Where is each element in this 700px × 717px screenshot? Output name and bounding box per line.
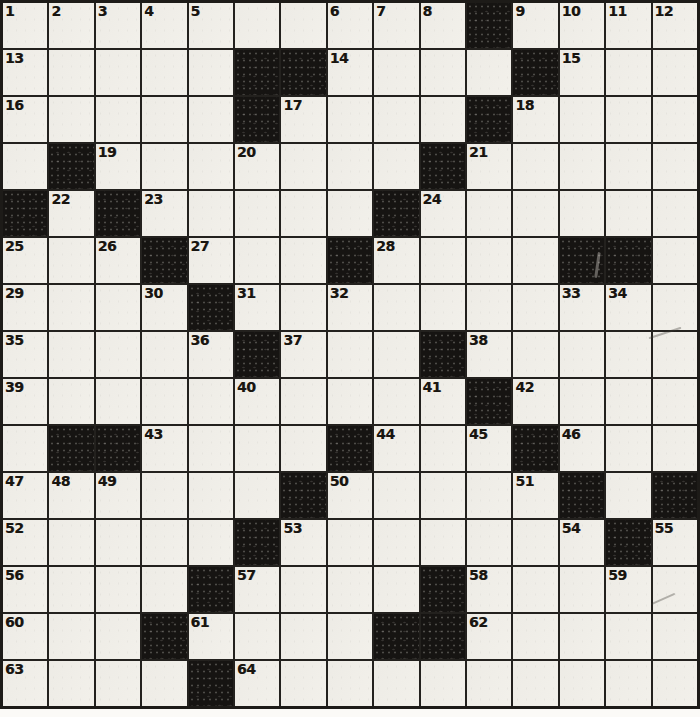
cell-r3c12[interactable]: 18 <box>513 97 557 142</box>
clue-number: 22 <box>51 191 69 207</box>
clue-number: 17 <box>283 97 301 113</box>
cell-r5c5[interactable] <box>189 191 233 236</box>
cell-r3c9[interactable] <box>374 97 418 142</box>
cell-r15c5 <box>189 661 233 706</box>
cell-r7c8[interactable]: 32 <box>328 285 372 330</box>
clue-number: 16 <box>5 97 23 113</box>
cell-r5c1 <box>3 191 47 236</box>
cell-r7c13[interactable]: 33 <box>560 285 604 330</box>
cell-r4c2 <box>49 144 93 189</box>
cell-r15c8[interactable] <box>328 661 372 706</box>
cell-r4c8[interactable] <box>328 144 372 189</box>
cell-r6c4 <box>142 238 186 283</box>
cell-r14c11[interactable]: 62 <box>467 614 511 659</box>
clue-number: 64 <box>237 661 255 677</box>
cell-r6c3[interactable]: 26 <box>96 238 140 283</box>
cell-r11c2[interactable]: 48 <box>49 473 93 518</box>
cell-r7c4[interactable]: 30 <box>142 285 186 330</box>
cell-r15c2[interactable] <box>49 661 93 706</box>
cell-r6c15[interactable] <box>653 238 697 283</box>
cell-r5c8[interactable] <box>328 191 372 236</box>
cell-r10c1[interactable] <box>3 426 47 471</box>
cell-r10c12 <box>513 426 557 471</box>
cell-r9c1[interactable]: 39 <box>3 379 47 424</box>
cell-r15c11[interactable] <box>467 661 511 706</box>
cell-r12c4[interactable] <box>142 520 186 565</box>
cell-r3c13[interactable] <box>560 97 604 142</box>
cell-r8c8[interactable] <box>328 332 372 377</box>
cell-r1c10[interactable]: 8 <box>421 3 465 48</box>
cell-r11c3[interactable]: 49 <box>96 473 140 518</box>
cell-r9c12[interactable]: 42 <box>513 379 557 424</box>
cell-r4c1[interactable] <box>3 144 47 189</box>
cell-r14c3[interactable] <box>96 614 140 659</box>
clue-number: 63 <box>5 661 23 677</box>
clue-number: 10 <box>562 3 580 19</box>
clue-number: 43 <box>144 426 162 442</box>
clue-number: 47 <box>5 473 23 489</box>
cell-r12c14 <box>606 520 650 565</box>
cell-r3c8[interactable] <box>328 97 372 142</box>
cell-r7c6[interactable]: 31 <box>235 285 279 330</box>
cell-r2c8[interactable]: 14 <box>328 50 372 95</box>
cell-r1c11 <box>467 3 511 48</box>
cell-r12c5[interactable] <box>189 520 233 565</box>
cell-r4c3[interactable]: 19 <box>96 144 140 189</box>
cell-r1c4[interactable]: 4 <box>142 3 186 48</box>
cell-r8c4[interactable] <box>142 332 186 377</box>
cell-r15c3[interactable] <box>96 661 140 706</box>
cell-r1c3[interactable]: 3 <box>96 3 140 48</box>
cell-r10c8 <box>328 426 372 471</box>
cell-r12c15[interactable]: 55 <box>653 520 697 565</box>
cell-r13c14[interactable]: 59 <box>606 567 650 612</box>
clue-number: 53 <box>283 520 301 536</box>
cell-r14c15[interactable] <box>653 614 697 659</box>
cell-r10c15[interactable] <box>653 426 697 471</box>
clue-number: 3 <box>98 3 107 19</box>
cell-r9c8[interactable] <box>328 379 372 424</box>
cell-r11c8[interactable]: 50 <box>328 473 372 518</box>
cell-r11c14[interactable] <box>606 473 650 518</box>
cell-r15c6[interactable]: 64 <box>235 661 279 706</box>
cell-r6c7[interactable] <box>281 238 325 283</box>
cell-r12c10[interactable] <box>421 520 465 565</box>
cell-r1c5[interactable]: 5 <box>189 3 233 48</box>
cell-r7c15[interactable] <box>653 285 697 330</box>
cell-r7c7[interactable] <box>281 285 325 330</box>
clue-number: 7 <box>376 3 385 19</box>
clue-number: 12 <box>655 3 673 19</box>
cell-r1c9[interactable]: 7 <box>374 3 418 48</box>
clue-number: 8 <box>423 3 432 19</box>
cell-r5c3 <box>96 191 140 236</box>
cell-r4c6[interactable]: 20 <box>235 144 279 189</box>
cell-r6c11[interactable] <box>467 238 511 283</box>
cell-r14c12[interactable] <box>513 614 557 659</box>
cell-r8c1[interactable]: 35 <box>3 332 47 377</box>
cell-r12c6 <box>235 520 279 565</box>
cell-r4c4[interactable] <box>142 144 186 189</box>
cell-r3c7[interactable]: 17 <box>281 97 325 142</box>
cell-r5c6[interactable] <box>235 191 279 236</box>
cell-r6c8 <box>328 238 372 283</box>
clue-number: 40 <box>237 379 255 395</box>
clue-number: 18 <box>515 97 533 113</box>
cell-r15c1[interactable]: 63 <box>3 661 47 706</box>
cell-r4c9[interactable] <box>374 144 418 189</box>
cell-r13c8[interactable] <box>328 567 372 612</box>
clue-number: 48 <box>51 473 69 489</box>
cell-r11c15 <box>653 473 697 518</box>
clue-number: 1 <box>5 3 14 19</box>
cell-r15c10[interactable] <box>421 661 465 706</box>
cell-r15c13[interactable] <box>560 661 604 706</box>
cell-r15c15[interactable] <box>653 661 697 706</box>
clue-number: 2 <box>51 3 60 19</box>
cell-r14c2[interactable] <box>49 614 93 659</box>
cell-r8c14[interactable] <box>606 332 650 377</box>
clue-number: 54 <box>562 520 580 536</box>
clue-number: 26 <box>98 238 116 254</box>
cell-r11c1[interactable]: 47 <box>3 473 47 518</box>
clue-number: 19 <box>98 144 116 160</box>
cell-r3c5[interactable] <box>189 97 233 142</box>
cell-r1c13[interactable]: 10 <box>560 3 604 48</box>
cell-r7c5 <box>189 285 233 330</box>
clue-number: 27 <box>191 238 209 254</box>
clue-number: 20 <box>237 144 255 160</box>
cell-r9c6[interactable]: 40 <box>235 379 279 424</box>
cell-r12c2[interactable] <box>49 520 93 565</box>
cell-r7c1[interactable]: 29 <box>3 285 47 330</box>
cell-r3c10[interactable] <box>421 97 465 142</box>
clue-number: 36 <box>191 332 209 348</box>
cell-r12c12[interactable] <box>513 520 557 565</box>
cell-r8c6 <box>235 332 279 377</box>
cell-r14c4 <box>142 614 186 659</box>
cell-r2c3[interactable] <box>96 50 140 95</box>
cell-r7c10[interactable] <box>421 285 465 330</box>
cell-r8c15[interactable] <box>653 332 697 377</box>
cell-r14c5[interactable]: 61 <box>189 614 233 659</box>
clue-number: 52 <box>5 520 23 536</box>
clue-number: 45 <box>469 426 487 442</box>
cell-r7c2[interactable] <box>49 285 93 330</box>
clue-number: 11 <box>608 3 626 19</box>
clue-number: 39 <box>5 379 23 395</box>
cell-r6c2[interactable] <box>49 238 93 283</box>
cell-r7c3[interactable] <box>96 285 140 330</box>
cell-r7c9[interactable] <box>374 285 418 330</box>
cell-r9c14[interactable] <box>606 379 650 424</box>
clue-number: 62 <box>469 614 487 630</box>
clue-number: 34 <box>608 285 626 301</box>
cell-r11c9[interactable] <box>374 473 418 518</box>
clue-number: 46 <box>562 426 580 442</box>
cell-r2c5[interactable] <box>189 50 233 95</box>
cell-r10c5[interactable] <box>189 426 233 471</box>
clue-number: 57 <box>237 567 255 583</box>
cell-r8c10 <box>421 332 465 377</box>
cell-r6c6[interactable] <box>235 238 279 283</box>
cell-r5c7[interactable] <box>281 191 325 236</box>
cell-r9c5[interactable] <box>189 379 233 424</box>
cell-r9c15[interactable] <box>653 379 697 424</box>
cell-r1c1[interactable]: 1 <box>3 3 47 48</box>
clue-number: 6 <box>330 3 339 19</box>
cell-r4c10 <box>421 144 465 189</box>
cell-r3c3[interactable] <box>96 97 140 142</box>
cell-r14c13[interactable] <box>560 614 604 659</box>
cell-r4c15[interactable] <box>653 144 697 189</box>
cell-r10c3 <box>96 426 140 471</box>
cell-r2c6 <box>235 50 279 95</box>
cell-r13c9[interactable] <box>374 567 418 612</box>
cell-r13c7[interactable] <box>281 567 325 612</box>
cell-r14c8[interactable] <box>328 614 372 659</box>
cell-r6c13 <box>560 238 604 283</box>
cell-r3c14[interactable] <box>606 97 650 142</box>
cell-r6c10[interactable] <box>421 238 465 283</box>
clue-number: 24 <box>423 191 441 207</box>
clue-number: 28 <box>376 238 394 254</box>
cell-r1c15[interactable]: 12 <box>653 3 697 48</box>
clue-number: 55 <box>655 520 673 536</box>
clue-number: 5 <box>191 3 200 19</box>
cell-r2c11[interactable] <box>467 50 511 95</box>
crossword-board: 1234567891011121314151617181920212223242… <box>0 0 700 709</box>
crossword-page: 1234567891011121314151617181920212223242… <box>0 0 700 717</box>
cell-r9c4[interactable] <box>142 379 186 424</box>
cell-r13c10 <box>421 567 465 612</box>
cell-r14c6[interactable] <box>235 614 279 659</box>
cell-r8c11[interactable]: 38 <box>467 332 511 377</box>
cell-r14c9 <box>374 614 418 659</box>
cell-r1c12[interactable]: 9 <box>513 3 557 48</box>
cell-r10c7[interactable] <box>281 426 325 471</box>
cell-r4c5[interactable] <box>189 144 233 189</box>
cell-r15c9[interactable] <box>374 661 418 706</box>
clue-number: 38 <box>469 332 487 348</box>
cell-r14c1[interactable]: 60 <box>3 614 47 659</box>
cell-r4c13[interactable] <box>560 144 604 189</box>
cell-r5c10[interactable]: 24 <box>421 191 465 236</box>
cell-r8c5[interactable]: 36 <box>189 332 233 377</box>
cell-r11c7 <box>281 473 325 518</box>
cell-r12c11[interactable] <box>467 520 511 565</box>
clue-number: 15 <box>562 50 580 66</box>
clue-number: 33 <box>562 285 580 301</box>
cell-r10c4[interactable]: 43 <box>142 426 186 471</box>
cell-r12c7[interactable]: 53 <box>281 520 325 565</box>
cell-r11c6[interactable] <box>235 473 279 518</box>
cell-r6c1[interactable]: 25 <box>3 238 47 283</box>
cell-r15c14[interactable] <box>606 661 650 706</box>
cell-r5c12[interactable] <box>513 191 557 236</box>
cell-r9c7[interactable] <box>281 379 325 424</box>
clue-number: 60 <box>5 614 23 630</box>
cell-r9c9[interactable] <box>374 379 418 424</box>
cell-r4c11[interactable]: 21 <box>467 144 511 189</box>
cell-r4c7[interactable] <box>281 144 325 189</box>
cell-r15c4[interactable] <box>142 661 186 706</box>
cell-r2c10[interactable] <box>421 50 465 95</box>
cell-r2c9[interactable] <box>374 50 418 95</box>
clue-number: 50 <box>330 473 348 489</box>
cell-r5c11[interactable] <box>467 191 511 236</box>
clue-number: 9 <box>515 3 524 19</box>
clue-number: 56 <box>5 567 23 583</box>
clue-number: 49 <box>98 473 116 489</box>
cell-r13c11[interactable]: 58 <box>467 567 511 612</box>
clue-number: 37 <box>283 332 301 348</box>
clue-number: 4 <box>144 3 153 19</box>
cell-r1c2[interactable]: 2 <box>49 3 93 48</box>
cell-r9c10[interactable]: 41 <box>421 379 465 424</box>
cell-r6c14 <box>606 238 650 283</box>
cell-r9c11 <box>467 379 511 424</box>
cell-r15c7[interactable] <box>281 661 325 706</box>
cell-r6c9[interactable]: 28 <box>374 238 418 283</box>
cell-r1c7[interactable] <box>281 3 325 48</box>
cell-r8c3[interactable] <box>96 332 140 377</box>
clue-number: 44 <box>376 426 394 442</box>
cell-r5c15[interactable] <box>653 191 697 236</box>
cell-r10c6[interactable] <box>235 426 279 471</box>
cell-r13c2[interactable] <box>49 567 93 612</box>
clue-number: 14 <box>330 50 348 66</box>
cell-r14c14[interactable] <box>606 614 650 659</box>
cell-r2c7 <box>281 50 325 95</box>
clue-number: 30 <box>144 285 162 301</box>
clue-number: 51 <box>515 473 533 489</box>
cell-r13c5 <box>189 567 233 612</box>
cell-r8c13[interactable] <box>560 332 604 377</box>
cell-r11c12[interactable]: 51 <box>513 473 557 518</box>
cell-r9c2[interactable] <box>49 379 93 424</box>
cell-r11c11[interactable] <box>467 473 511 518</box>
cell-r14c7[interactable] <box>281 614 325 659</box>
cell-r11c5[interactable] <box>189 473 233 518</box>
cell-r14c10 <box>421 614 465 659</box>
cell-r12c8[interactable] <box>328 520 372 565</box>
clue-number: 13 <box>5 50 23 66</box>
cell-r2c1[interactable]: 13 <box>3 50 47 95</box>
clue-number: 29 <box>5 285 23 301</box>
cell-r2c12 <box>513 50 557 95</box>
cell-r15c12[interactable] <box>513 661 557 706</box>
cell-r7c14[interactable]: 34 <box>606 285 650 330</box>
cell-r1c14[interactable]: 11 <box>606 3 650 48</box>
cell-r10c11[interactable]: 45 <box>467 426 511 471</box>
cell-r5c9 <box>374 191 418 236</box>
cell-r8c7[interactable]: 37 <box>281 332 325 377</box>
cell-r13c13[interactable] <box>560 567 604 612</box>
cell-r2c15[interactable] <box>653 50 697 95</box>
cell-r3c1[interactable]: 16 <box>3 97 47 142</box>
cell-r6c5[interactable]: 27 <box>189 238 233 283</box>
cell-r13c15[interactable] <box>653 567 697 612</box>
cell-r2c13[interactable]: 15 <box>560 50 604 95</box>
cell-r7c11[interactable] <box>467 285 511 330</box>
cell-r8c2[interactable] <box>49 332 93 377</box>
clue-number: 35 <box>5 332 23 348</box>
cell-r5c2[interactable]: 22 <box>49 191 93 236</box>
clue-number: 58 <box>469 567 487 583</box>
cell-r8c12[interactable] <box>513 332 557 377</box>
cell-r4c12[interactable] <box>513 144 557 189</box>
cell-r11c4[interactable] <box>142 473 186 518</box>
cell-r7c12[interactable] <box>513 285 557 330</box>
cell-r11c10[interactable] <box>421 473 465 518</box>
clue-number: 59 <box>608 567 626 583</box>
cell-r10c9[interactable]: 44 <box>374 426 418 471</box>
cell-r3c15[interactable] <box>653 97 697 142</box>
cell-r2c4[interactable] <box>142 50 186 95</box>
cell-r10c2 <box>49 426 93 471</box>
cell-r10c10[interactable] <box>421 426 465 471</box>
cell-r12c3[interactable] <box>96 520 140 565</box>
clue-number: 31 <box>237 285 255 301</box>
cell-r1c6[interactable] <box>235 3 279 48</box>
cell-r2c2[interactable] <box>49 50 93 95</box>
clue-number: 23 <box>144 191 162 207</box>
cell-r5c4[interactable]: 23 <box>142 191 186 236</box>
clue-number: 61 <box>191 614 209 630</box>
cell-r13c6[interactable]: 57 <box>235 567 279 612</box>
cell-r2c14[interactable] <box>606 50 650 95</box>
cell-r13c12[interactable] <box>513 567 557 612</box>
cell-r5c13[interactable] <box>560 191 604 236</box>
clue-number: 25 <box>5 238 23 254</box>
cell-r9c13[interactable] <box>560 379 604 424</box>
cell-r12c13[interactable]: 54 <box>560 520 604 565</box>
cell-r8c9[interactable] <box>374 332 418 377</box>
cell-r5c14[interactable] <box>606 191 650 236</box>
cell-r12c9[interactable] <box>374 520 418 565</box>
cell-r4c14[interactable] <box>606 144 650 189</box>
cell-r10c14[interactable] <box>606 426 650 471</box>
cell-r13c3[interactable] <box>96 567 140 612</box>
cell-r13c4[interactable] <box>142 567 186 612</box>
clue-number: 21 <box>469 144 487 160</box>
cell-r6c12[interactable] <box>513 238 557 283</box>
clue-number: 32 <box>330 285 348 301</box>
cell-r10c13[interactable]: 46 <box>560 426 604 471</box>
clue-number: 42 <box>515 379 533 395</box>
cell-r3c2[interactable] <box>49 97 93 142</box>
cell-r11c13 <box>560 473 604 518</box>
cell-r1c8[interactable]: 6 <box>328 3 372 48</box>
cell-r12c1[interactable]: 52 <box>3 520 47 565</box>
cell-r3c11 <box>467 97 511 142</box>
cell-r13c1[interactable]: 56 <box>3 567 47 612</box>
clue-number: 41 <box>423 379 441 395</box>
cell-r3c6 <box>235 97 279 142</box>
cell-r9c3[interactable] <box>96 379 140 424</box>
cell-r3c4[interactable] <box>142 97 186 142</box>
